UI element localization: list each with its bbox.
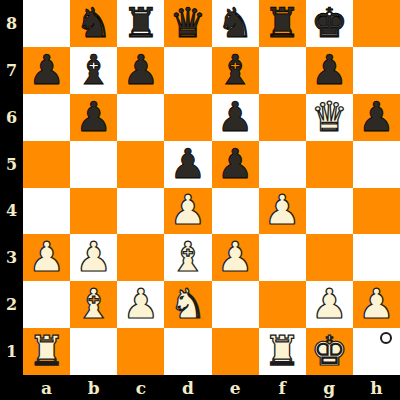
white-bishop-d3[interactable]: ♝ <box>170 234 207 281</box>
square-h3[interactable] <box>353 234 400 281</box>
square-c1[interactable] <box>117 328 164 375</box>
square-a5[interactable] <box>23 141 70 188</box>
black-king-g8[interactable]: ♚ <box>311 0 348 47</box>
white-to-move-indicator <box>380 332 392 344</box>
white-bishop-b2[interactable]: ♝ <box>75 281 112 328</box>
square-e2[interactable] <box>212 281 259 328</box>
black-pawn-e5[interactable]: ♟ <box>217 141 254 188</box>
black-pawn-h6[interactable]: ♟ <box>358 94 395 141</box>
black-pawn-c7[interactable]: ♟ <box>122 47 159 94</box>
black-knight-b8[interactable]: ♞ <box>75 0 112 47</box>
file-label-f: f <box>259 375 306 400</box>
white-rook-f1[interactable]: ♜ <box>264 328 301 375</box>
square-d5[interactable]: ♟ <box>164 141 211 188</box>
square-b2[interactable]: ♝ <box>70 281 117 328</box>
black-pawn-a7[interactable]: ♟ <box>28 47 65 94</box>
white-king-g1[interactable]: ♚ <box>311 328 348 375</box>
square-h5[interactable] <box>353 141 400 188</box>
rank-label-5: 5 <box>0 141 23 188</box>
black-pawn-b6[interactable]: ♟ <box>75 94 112 141</box>
square-c4[interactable] <box>117 188 164 235</box>
chess-board[interactable]: ♞♜♛♞♜♚♟♝♟♝♟♟♟♛♟♟♟♟♟♟♟♝♟♝♟♞♟♟♜♜♚ <box>23 0 400 375</box>
rank-label-6: 6 <box>0 94 23 141</box>
square-c2[interactable]: ♟ <box>117 281 164 328</box>
square-e3[interactable]: ♟ <box>212 234 259 281</box>
white-pawn-c2[interactable]: ♟ <box>122 281 159 328</box>
file-label-h: h <box>353 375 400 400</box>
square-h6[interactable]: ♟ <box>353 94 400 141</box>
square-g5[interactable] <box>306 141 353 188</box>
white-rook-a1[interactable]: ♜ <box>28 328 65 375</box>
black-bishop-e7[interactable]: ♝ <box>217 47 254 94</box>
square-e7[interactable]: ♝ <box>212 47 259 94</box>
square-d2[interactable]: ♞ <box>164 281 211 328</box>
white-pawn-f4[interactable]: ♟ <box>264 188 301 235</box>
white-pawn-h2[interactable]: ♟ <box>358 281 395 328</box>
square-d1[interactable] <box>164 328 211 375</box>
square-h2[interactable]: ♟ <box>353 281 400 328</box>
white-pawn-b3[interactable]: ♟ <box>75 234 112 281</box>
square-e6[interactable]: ♟ <box>212 94 259 141</box>
square-f7[interactable] <box>259 47 306 94</box>
square-d4[interactable]: ♟ <box>164 188 211 235</box>
square-e4[interactable] <box>212 188 259 235</box>
rank-label-3: 3 <box>0 234 23 281</box>
square-h7[interactable] <box>353 47 400 94</box>
square-c6[interactable] <box>117 94 164 141</box>
black-pawn-e6[interactable]: ♟ <box>217 94 254 141</box>
square-g8[interactable]: ♚ <box>306 0 353 47</box>
square-c8[interactable]: ♜ <box>117 0 164 47</box>
file-label-c: c <box>117 375 164 400</box>
square-g4[interactable] <box>306 188 353 235</box>
white-pawn-g2[interactable]: ♟ <box>311 281 348 328</box>
file-label-g: g <box>306 375 353 400</box>
square-h4[interactable] <box>353 188 400 235</box>
square-c3[interactable] <box>117 234 164 281</box>
square-g3[interactable] <box>306 234 353 281</box>
square-h1[interactable] <box>353 328 400 375</box>
square-h8[interactable] <box>353 0 400 47</box>
white-pawn-d4[interactable]: ♟ <box>170 188 207 235</box>
rank-label-8: 8 <box>0 0 23 47</box>
square-a1[interactable]: ♜ <box>23 328 70 375</box>
square-g2[interactable]: ♟ <box>306 281 353 328</box>
square-f2[interactable] <box>259 281 306 328</box>
rank-labels: 8 7 6 5 4 3 2 1 <box>0 0 23 375</box>
square-b5[interactable] <box>70 141 117 188</box>
white-pawn-e3[interactable]: ♟ <box>217 234 254 281</box>
square-e5[interactable]: ♟ <box>212 141 259 188</box>
square-a3[interactable]: ♟ <box>23 234 70 281</box>
chess-diagram: 8 7 6 5 4 3 2 1 ♞♜♛♞♜♚♟♝♟♝♟♟♟♛♟♟♟♟♟♟♟♝♟♝… <box>0 0 400 400</box>
white-queen-g6[interactable]: ♛ <box>311 94 348 141</box>
square-b3[interactable]: ♟ <box>70 234 117 281</box>
rank-label-7: 7 <box>0 47 23 94</box>
square-a2[interactable] <box>23 281 70 328</box>
frame-corner <box>0 375 23 400</box>
square-f3[interactable] <box>259 234 306 281</box>
file-label-a: a <box>23 375 70 400</box>
square-a4[interactable] <box>23 188 70 235</box>
black-rook-c8[interactable]: ♜ <box>122 0 159 47</box>
black-knight-e8[interactable]: ♞ <box>217 0 254 47</box>
file-labels: a b c d e f g h <box>23 375 400 400</box>
square-f8[interactable]: ♜ <box>259 0 306 47</box>
square-c5[interactable] <box>117 141 164 188</box>
square-g7[interactable]: ♟ <box>306 47 353 94</box>
square-f6[interactable] <box>259 94 306 141</box>
square-d6[interactable] <box>164 94 211 141</box>
black-pawn-d5[interactable]: ♟ <box>170 141 207 188</box>
square-d3[interactable]: ♝ <box>164 234 211 281</box>
square-d7[interactable] <box>164 47 211 94</box>
file-label-d: d <box>164 375 211 400</box>
square-f1[interactable]: ♜ <box>259 328 306 375</box>
square-b6[interactable]: ♟ <box>70 94 117 141</box>
file-label-b: b <box>70 375 117 400</box>
square-f4[interactable]: ♟ <box>259 188 306 235</box>
square-g6[interactable]: ♛ <box>306 94 353 141</box>
square-e1[interactable] <box>212 328 259 375</box>
white-knight-d2[interactable]: ♞ <box>170 281 207 328</box>
square-f5[interactable] <box>259 141 306 188</box>
square-b4[interactable] <box>70 188 117 235</box>
black-rook-f8[interactable]: ♜ <box>264 0 301 47</box>
square-b1[interactable] <box>70 328 117 375</box>
square-a8[interactable] <box>23 0 70 47</box>
black-pawn-g7[interactable]: ♟ <box>311 47 348 94</box>
square-c7[interactable]: ♟ <box>117 47 164 94</box>
rank-label-4: 4 <box>0 188 23 235</box>
square-a6[interactable] <box>23 94 70 141</box>
square-e8[interactable]: ♞ <box>212 0 259 47</box>
file-label-e: e <box>212 375 259 400</box>
white-pawn-a3[interactable]: ♟ <box>28 234 65 281</box>
black-bishop-b7[interactable]: ♝ <box>75 47 112 94</box>
square-b8[interactable]: ♞ <box>70 0 117 47</box>
black-queen-d8[interactable]: ♛ <box>170 0 207 47</box>
square-b7[interactable]: ♝ <box>70 47 117 94</box>
square-g1[interactable]: ♚ <box>306 328 353 375</box>
square-a7[interactable]: ♟ <box>23 47 70 94</box>
rank-label-2: 2 <box>0 281 23 328</box>
rank-label-1: 1 <box>0 328 23 375</box>
square-d8[interactable]: ♛ <box>164 0 211 47</box>
